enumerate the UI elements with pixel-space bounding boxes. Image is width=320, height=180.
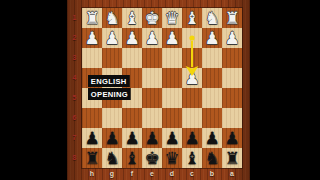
square-f8[interactable]: ♝ <box>122 148 142 168</box>
square-e5[interactable] <box>142 88 162 108</box>
white-rook-piece[interactable]: ♜ <box>222 8 242 28</box>
square-d3[interactable] <box>162 48 182 68</box>
white-pawn-piece[interactable]: ♟ <box>82 28 102 48</box>
square-g6[interactable] <box>102 108 122 128</box>
square-c1[interactable]: ♝ <box>182 8 202 28</box>
square-b8[interactable]: ♞ <box>202 148 222 168</box>
black-pawn-piece[interactable]: ♟ <box>102 128 122 148</box>
rank-label-1: 1 <box>69 8 80 28</box>
white-pawn-piece[interactable]: ♟ <box>102 28 122 48</box>
square-d5[interactable] <box>162 88 182 108</box>
square-a2[interactable]: ♟ <box>222 28 242 48</box>
black-pawn-piece[interactable]: ♟ <box>202 128 222 148</box>
black-pawn-piece[interactable]: ♟ <box>122 128 142 148</box>
square-d7[interactable]: ♟ <box>162 128 182 148</box>
square-b3[interactable] <box>202 48 222 68</box>
file-label-g: g <box>102 168 122 180</box>
square-d4[interactable] <box>162 68 182 88</box>
square-c4[interactable]: ♟ <box>182 68 202 88</box>
white-knight-piece[interactable]: ♞ <box>202 8 222 28</box>
white-pawn-piece[interactable]: ♟ <box>182 68 202 88</box>
square-c2[interactable] <box>182 28 202 48</box>
square-a4[interactable] <box>222 68 242 88</box>
letterbox-left <box>0 0 67 180</box>
square-c6[interactable] <box>182 108 202 128</box>
file-label-c: c <box>182 168 202 180</box>
square-d8[interactable]: ♛ <box>162 148 182 168</box>
square-c3[interactable] <box>182 48 202 68</box>
square-b6[interactable] <box>202 108 222 128</box>
square-h8[interactable]: ♜ <box>82 148 102 168</box>
opening-label-line-1: ENGLISH <box>88 75 129 87</box>
square-d2[interactable]: ♟ <box>162 28 182 48</box>
square-e1[interactable]: ♚ <box>142 8 162 28</box>
square-g7[interactable]: ♟ <box>102 128 122 148</box>
black-rook-piece[interactable]: ♜ <box>82 148 102 168</box>
rank-label-7: 7 <box>69 128 80 148</box>
white-bishop-piece[interactable]: ♝ <box>182 8 202 28</box>
black-pawn-piece[interactable]: ♟ <box>142 128 162 148</box>
rank-label-6: 6 <box>69 108 80 128</box>
opening-name-label: ENGLISH OPENING <box>88 75 131 101</box>
file-label-e: e <box>142 168 162 180</box>
square-b7[interactable]: ♟ <box>202 128 222 148</box>
square-c8[interactable]: ♝ <box>182 148 202 168</box>
square-e3[interactable] <box>142 48 162 68</box>
white-pawn-piece[interactable]: ♟ <box>142 28 162 48</box>
square-h7[interactable]: ♟ <box>82 128 102 148</box>
file-label-a: a <box>222 168 242 180</box>
file-label-d: d <box>162 168 182 180</box>
square-a7[interactable]: ♟ <box>222 128 242 148</box>
rank-label-8: 8 <box>69 148 80 168</box>
square-f7[interactable]: ♟ <box>122 128 142 148</box>
black-pawn-piece[interactable]: ♟ <box>182 128 202 148</box>
square-f3[interactable] <box>122 48 142 68</box>
square-h3[interactable] <box>82 48 102 68</box>
video-thumbnail: ♜♞♝♚♛♝♞♜♟♟♟♟♟♟♟♟♟♟♟♟♟♟♟♟♜♞♝♚♛♝♞♜ 1234567… <box>0 0 320 180</box>
black-bishop-piece[interactable]: ♝ <box>182 148 202 168</box>
square-e6[interactable] <box>142 108 162 128</box>
square-b2[interactable]: ♟ <box>202 28 222 48</box>
square-c5[interactable] <box>182 88 202 108</box>
board-frame: ♜♞♝♚♛♝♞♜♟♟♟♟♟♟♟♟♟♟♟♟♟♟♟♟♜♞♝♚♛♝♞♜ 1234567… <box>67 0 250 180</box>
square-d6[interactable] <box>162 108 182 128</box>
white-rook-piece[interactable]: ♜ <box>82 8 102 28</box>
white-queen-piece[interactable]: ♛ <box>162 8 182 28</box>
white-pawn-piece[interactable]: ♟ <box>162 28 182 48</box>
white-bishop-piece[interactable]: ♝ <box>122 8 142 28</box>
white-pawn-piece[interactable]: ♟ <box>222 28 242 48</box>
opening-label-line-2: OPENING <box>88 88 131 100</box>
black-pawn-piece[interactable]: ♟ <box>82 128 102 148</box>
letterbox-right <box>250 0 320 180</box>
black-knight-piece[interactable]: ♞ <box>202 148 222 168</box>
square-b4[interactable] <box>202 68 222 88</box>
square-h6[interactable] <box>82 108 102 128</box>
square-e8[interactable]: ♚ <box>142 148 162 168</box>
square-g3[interactable] <box>102 48 122 68</box>
file-label-b: b <box>202 168 222 180</box>
square-f6[interactable] <box>122 108 142 128</box>
white-knight-piece[interactable]: ♞ <box>102 8 122 28</box>
file-label-f: f <box>122 168 142 180</box>
black-rook-piece[interactable]: ♜ <box>222 148 242 168</box>
square-h1[interactable]: ♜ <box>82 8 102 28</box>
square-e4[interactable] <box>142 68 162 88</box>
square-h2[interactable]: ♟ <box>82 28 102 48</box>
black-knight-piece[interactable]: ♞ <box>102 148 122 168</box>
square-a8[interactable]: ♜ <box>222 148 242 168</box>
white-king-piece[interactable]: ♚ <box>142 8 162 28</box>
square-g2[interactable]: ♟ <box>102 28 122 48</box>
square-f2[interactable]: ♟ <box>122 28 142 48</box>
square-a5[interactable] <box>222 88 242 108</box>
square-g8[interactable]: ♞ <box>102 148 122 168</box>
square-e7[interactable]: ♟ <box>142 128 162 148</box>
square-e2[interactable]: ♟ <box>142 28 162 48</box>
black-pawn-piece[interactable]: ♟ <box>222 128 242 148</box>
square-a1[interactable]: ♜ <box>222 8 242 28</box>
white-pawn-piece[interactable]: ♟ <box>202 28 222 48</box>
square-d1[interactable]: ♛ <box>162 8 182 28</box>
square-b5[interactable] <box>202 88 222 108</box>
rank-label-2: 2 <box>69 28 80 48</box>
rank-label-4: 4 <box>69 68 80 88</box>
black-bishop-piece[interactable]: ♝ <box>122 148 142 168</box>
black-pawn-piece[interactable]: ♟ <box>162 128 182 148</box>
rank-label-3: 3 <box>69 48 80 68</box>
rank-label-5: 5 <box>69 88 80 108</box>
square-g1[interactable]: ♞ <box>102 8 122 28</box>
black-king-piece[interactable]: ♚ <box>142 148 162 168</box>
square-f1[interactable]: ♝ <box>122 8 142 28</box>
square-b1[interactable]: ♞ <box>202 8 222 28</box>
file-label-h: h <box>82 168 102 180</box>
black-queen-piece[interactable]: ♛ <box>162 148 182 168</box>
square-c7[interactable]: ♟ <box>182 128 202 148</box>
square-a3[interactable] <box>222 48 242 68</box>
white-pawn-piece[interactable]: ♟ <box>122 28 142 48</box>
square-a6[interactable] <box>222 108 242 128</box>
